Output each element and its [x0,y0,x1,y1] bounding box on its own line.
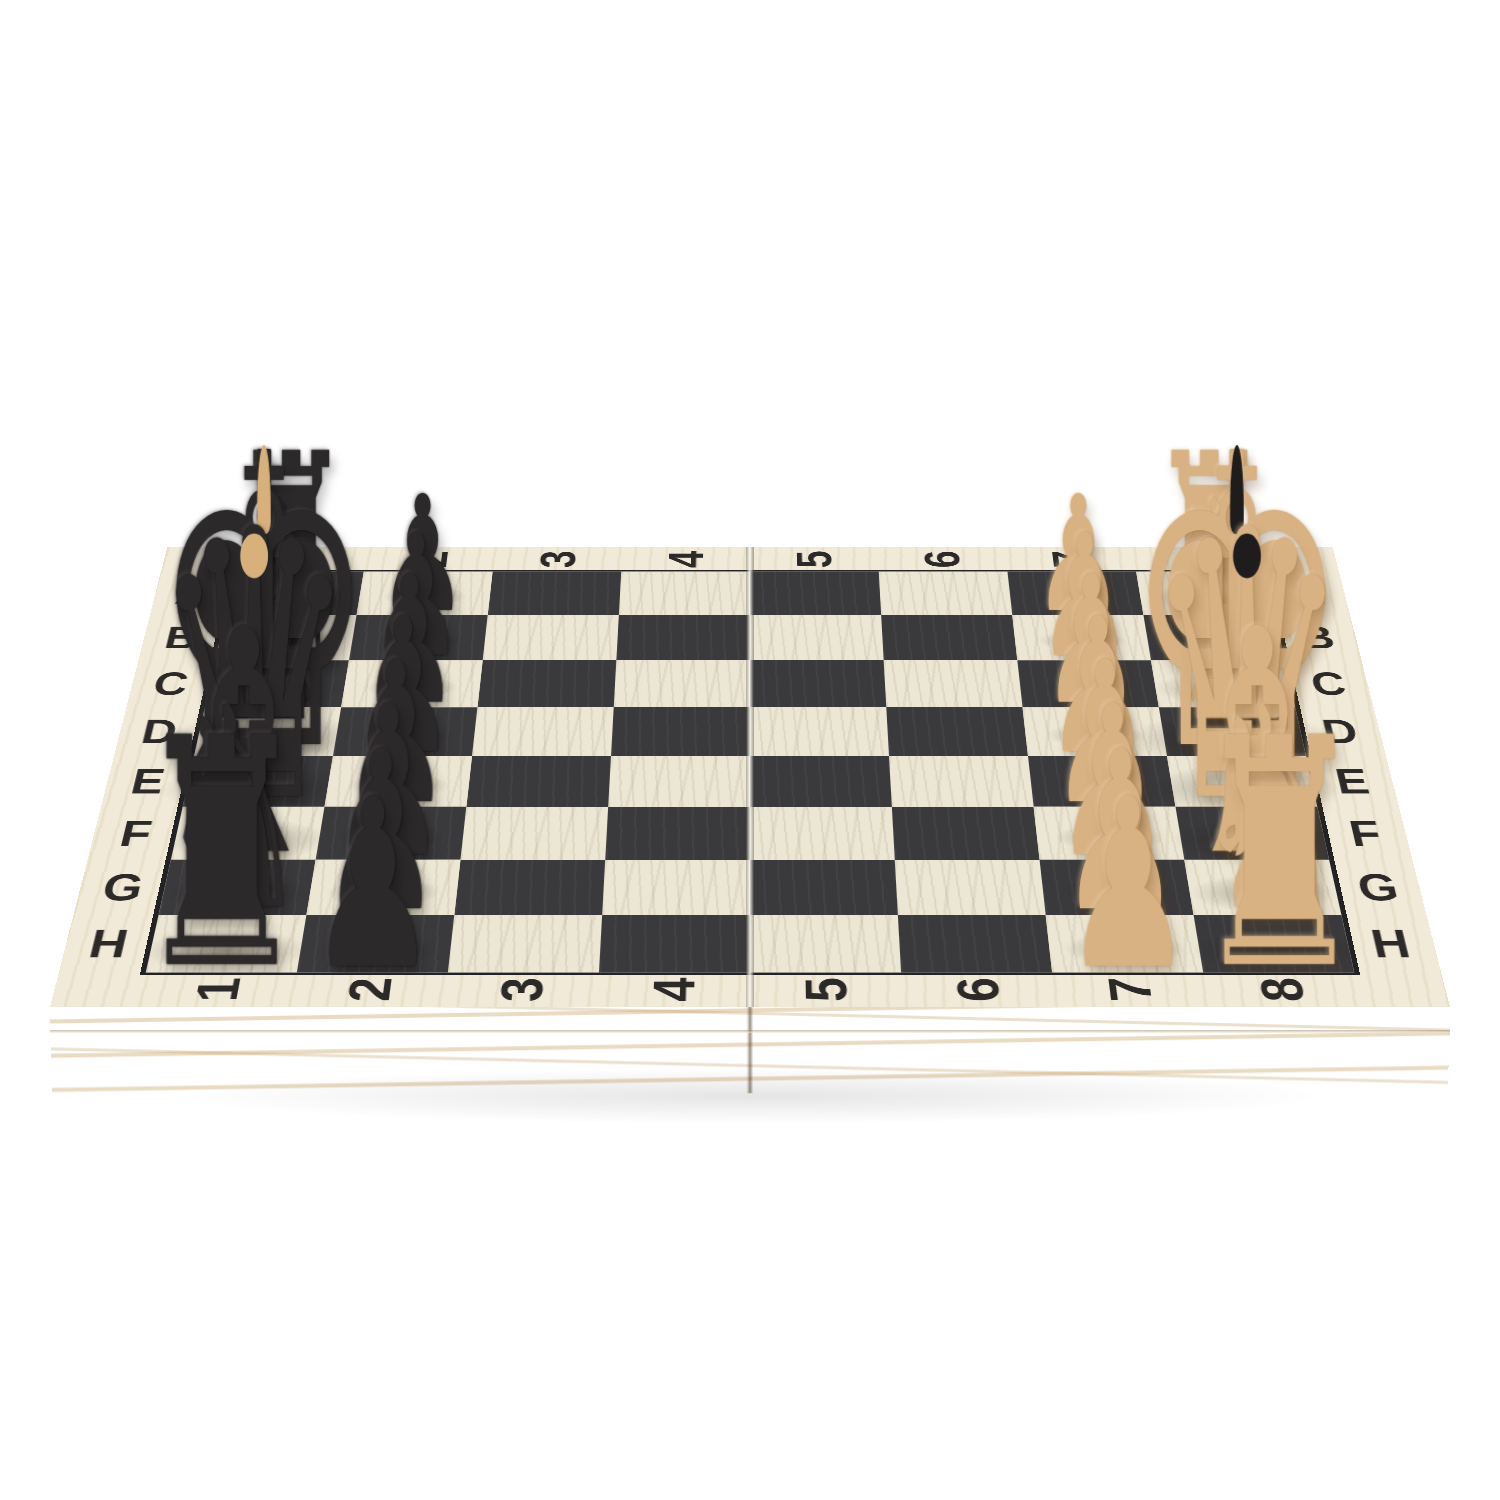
chess-board: 12345678A♜♟♟♜AB♞♟♟♞BC♝♟♟♝CD♚♟♟♚DE♛♟♟♛EF♝… [50,547,1450,1007]
square-a4[interactable] [619,571,750,615]
rank-label-bottom-4: 4 [644,977,704,1001]
rank-label-bottom-5-cell: 5 [750,973,903,1007]
square-b3[interactable] [483,615,619,660]
square-d3[interactable] [472,707,614,756]
square-c3[interactable] [477,660,616,707]
square-b6[interactable] [881,615,1017,660]
square-c5[interactable] [750,660,886,707]
rank-label-bottom-6-cell: 6 [901,973,1056,1007]
square-e3[interactable] [466,756,611,807]
rank-label-top-4-cell: 4 [621,547,750,571]
ground-shadow [170,1068,1330,1124]
square-e5[interactable] [750,756,892,807]
rank-label-bottom-6: 6 [948,977,1009,1001]
border-corner [1354,973,1450,1007]
square-h1[interactable]: ♜ [146,915,307,973]
square-c6[interactable] [884,660,1023,707]
rank-label-bottom-2: 2 [339,977,401,1001]
square-h8[interactable]: ♜ [1194,915,1355,973]
rank-label-top-6: 6 [917,551,968,568]
border-corner [50,973,146,1007]
square-a6[interactable] [879,571,1013,615]
rank-label-bottom-7-cell: 7 [1052,973,1209,1007]
file-label-left-h: H [86,924,133,964]
square-a5[interactable] [750,571,881,615]
file-label-right-h: H [1368,924,1415,964]
rank-label-top-5: 5 [789,551,839,568]
square-g5[interactable] [750,860,898,915]
rank-label-bottom-1: 1 [186,977,250,1001]
square-b4[interactable] [616,615,750,660]
scene: 12345678A♜♟♟♜AB♞♟♟♞BC♝♟♟♝CD♚♟♟♚DE♛♟♟♛EF♝… [0,0,1500,1500]
square-f5[interactable] [750,807,895,860]
square-a3[interactable] [488,571,622,615]
square-g4[interactable] [602,860,750,915]
rank-label-bottom-4-cell: 4 [597,973,750,1007]
rank-label-top-4: 4 [661,551,711,568]
square-h6[interactable] [898,915,1052,973]
square-e6[interactable] [889,756,1034,807]
square-f6[interactable] [892,807,1040,860]
rank-label-top-6-cell: 6 [877,547,1007,571]
square-h2[interactable]: ♟ [297,915,454,973]
rank-label-bottom-8: 8 [1250,977,1314,1001]
square-f4[interactable] [605,807,750,860]
piece-black-rook-h1[interactable]: ♜ [134,736,309,972]
square-h7[interactable]: ♟ [1046,915,1203,973]
square-h5[interactable] [750,915,901,973]
rank-label-bottom-1-cell: 1 [138,973,297,1007]
rank-label-bottom-5: 5 [796,977,856,1001]
square-g3[interactable] [454,860,605,915]
square-c4[interactable] [614,660,750,707]
rank-label-bottom-8-cell: 8 [1203,973,1362,1007]
rank-label-top-3-cell: 3 [493,547,623,571]
rank-label-bottom-3-cell: 3 [444,973,599,1007]
square-f3[interactable] [460,807,608,860]
rank-label-bottom-3: 3 [491,977,552,1001]
piece-white-pawn-h7[interactable]: ♟ [1063,797,1193,972]
square-d4[interactable] [611,707,750,756]
square-d6[interactable] [886,707,1028,756]
rank-label-bottom-2-cell: 2 [291,973,448,1007]
piece-black-pawn-h2[interactable]: ♟ [307,797,437,972]
square-h3[interactable] [448,915,602,973]
rank-label-bottom-7: 7 [1099,977,1161,1001]
square-d5[interactable] [750,707,889,756]
square-h4[interactable] [599,915,750,973]
rank-label-top-3: 3 [532,551,583,568]
square-e4[interactable] [608,756,750,807]
square-g6[interactable] [895,860,1046,915]
square-b5[interactable] [750,615,884,660]
rank-label-top-5-cell: 5 [750,547,879,571]
piece-white-rook-h8[interactable]: ♜ [1191,736,1366,972]
